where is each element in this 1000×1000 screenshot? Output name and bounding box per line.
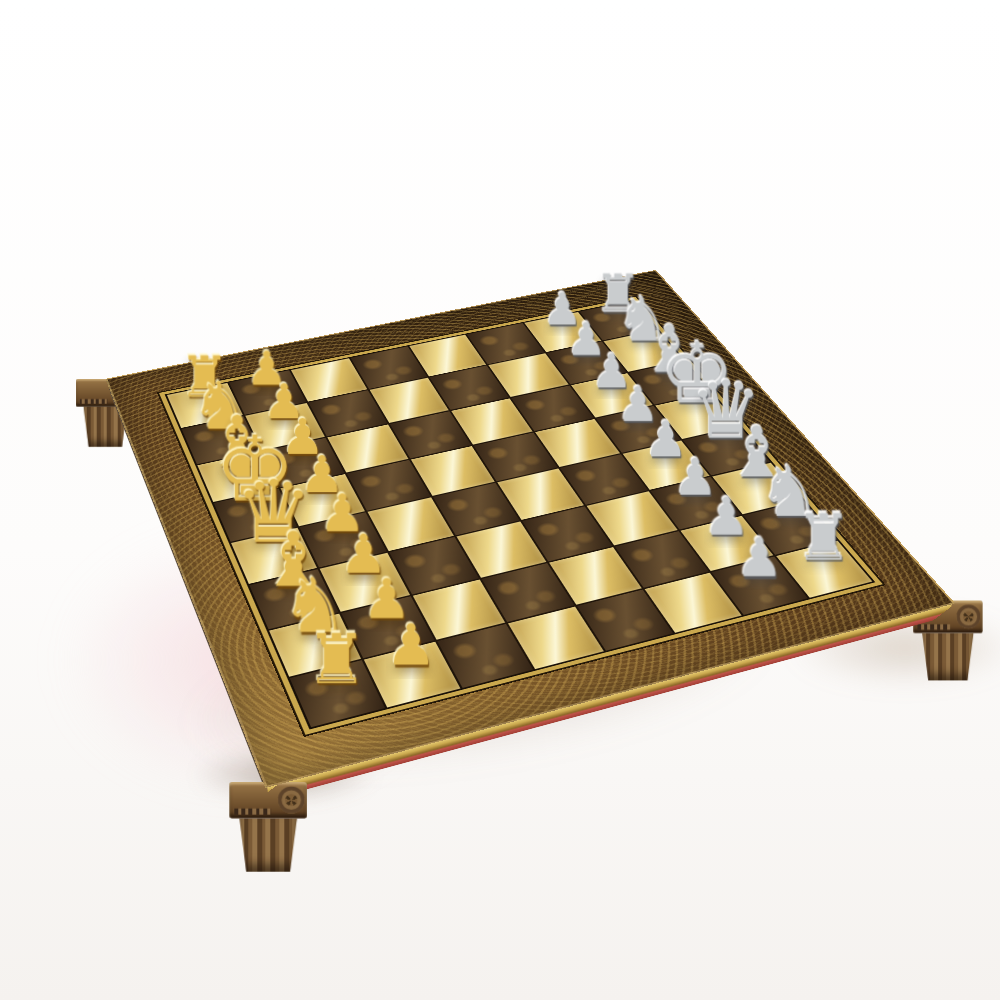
board-foot-front [229,782,307,872]
square-a5 [577,589,673,650]
silver-rook-icon: ♜ [594,267,642,320]
product-photo-scene: ♜♟♟♜♞♟♟♞♝♟♟♝♚♟♟♚♛♟♟♛♝♟♟♝♞♟♟♞♜♟♟♜ [0,0,1000,1000]
foot-flutes [239,818,297,872]
foot-volute-icon [76,379,135,407]
gold-pawn-icon: ♟ [246,345,288,392]
silver-pawn-icon: ♟ [542,287,582,332]
foot-flutes [922,633,973,681]
square-b1: ♞ [269,613,361,676]
square-d8: ♛ [683,427,770,476]
gold-rook-icon: ♜ [179,348,230,405]
board-foot-left [76,379,135,447]
square-e3 [346,460,430,511]
square-e1: ♚ [214,489,298,542]
